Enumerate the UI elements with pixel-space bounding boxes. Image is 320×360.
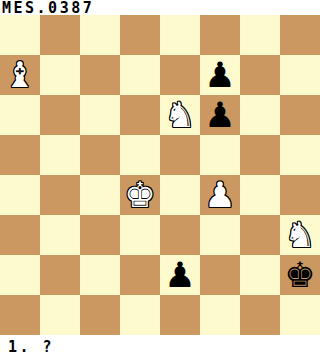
square-a8[interactable]: [0, 15, 40, 55]
square-c4[interactable]: [80, 175, 120, 215]
square-b2[interactable]: [40, 255, 80, 295]
square-g3[interactable]: [240, 215, 280, 255]
white-pawn[interactable]: ♟: [204, 175, 235, 215]
square-c8[interactable]: [80, 15, 120, 55]
square-c1[interactable]: [80, 295, 120, 335]
square-f5[interactable]: [200, 135, 240, 175]
square-b1[interactable]: [40, 295, 80, 335]
square-e5[interactable]: [160, 135, 200, 175]
square-e4[interactable]: [160, 175, 200, 215]
square-f2[interactable]: [200, 255, 240, 295]
square-a6[interactable]: [0, 95, 40, 135]
square-d2[interactable]: [120, 255, 160, 295]
square-a2[interactable]: [0, 255, 40, 295]
square-d6[interactable]: [120, 95, 160, 135]
chess-board[interactable]: ♝♟♞♟♚♟♞♟♚: [0, 15, 320, 335]
square-h3[interactable]: ♞: [280, 215, 320, 255]
square-f4[interactable]: ♟: [200, 175, 240, 215]
square-h7[interactable]: [280, 55, 320, 95]
square-h4[interactable]: [280, 175, 320, 215]
square-g5[interactable]: [240, 135, 280, 175]
square-g2[interactable]: [240, 255, 280, 295]
square-h5[interactable]: [280, 135, 320, 175]
square-e7[interactable]: [160, 55, 200, 95]
chess-app-window: MES.0387 ♝♟♞♟♚♟♞♟♚ 1. ?: [0, 0, 320, 360]
square-a3[interactable]: [0, 215, 40, 255]
square-g6[interactable]: [240, 95, 280, 135]
square-c6[interactable]: [80, 95, 120, 135]
white-knight[interactable]: ♞: [164, 95, 195, 135]
square-d7[interactable]: [120, 55, 160, 95]
square-b4[interactable]: [40, 175, 80, 215]
black-pawn[interactable]: ♟: [204, 95, 235, 135]
square-c5[interactable]: [80, 135, 120, 175]
square-g7[interactable]: [240, 55, 280, 95]
move-prompt: 1. ?: [8, 338, 54, 356]
square-h8[interactable]: [280, 15, 320, 55]
square-a7[interactable]: ♝: [0, 55, 40, 95]
square-a5[interactable]: [0, 135, 40, 175]
white-knight[interactable]: ♞: [284, 215, 315, 255]
square-d3[interactable]: [120, 215, 160, 255]
black-king[interactable]: ♚: [284, 255, 315, 295]
square-b8[interactable]: [40, 15, 80, 55]
square-h2[interactable]: ♚: [280, 255, 320, 295]
square-g8[interactable]: [240, 15, 280, 55]
square-g1[interactable]: [240, 295, 280, 335]
square-e8[interactable]: [160, 15, 200, 55]
square-c7[interactable]: [80, 55, 120, 95]
square-d8[interactable]: [120, 15, 160, 55]
black-pawn[interactable]: ♟: [204, 55, 235, 95]
square-d5[interactable]: [120, 135, 160, 175]
square-b6[interactable]: [40, 95, 80, 135]
square-c2[interactable]: [80, 255, 120, 295]
square-f1[interactable]: [200, 295, 240, 335]
square-e6[interactable]: ♞: [160, 95, 200, 135]
square-a4[interactable]: [0, 175, 40, 215]
square-d1[interactable]: [120, 295, 160, 335]
square-f6[interactable]: ♟: [200, 95, 240, 135]
square-e2[interactable]: ♟: [160, 255, 200, 295]
white-bishop[interactable]: ♝: [4, 55, 35, 95]
square-e3[interactable]: [160, 215, 200, 255]
square-a1[interactable]: [0, 295, 40, 335]
square-h6[interactable]: [280, 95, 320, 135]
square-b5[interactable]: [40, 135, 80, 175]
square-c3[interactable]: [80, 215, 120, 255]
square-g4[interactable]: [240, 175, 280, 215]
square-d4[interactable]: ♚: [120, 175, 160, 215]
square-f3[interactable]: [200, 215, 240, 255]
square-e1[interactable]: [160, 295, 200, 335]
white-king[interactable]: ♚: [124, 175, 155, 215]
square-b7[interactable]: [40, 55, 80, 95]
square-h1[interactable]: [280, 295, 320, 335]
square-b3[interactable]: [40, 215, 80, 255]
square-f8[interactable]: [200, 15, 240, 55]
square-f7[interactable]: ♟: [200, 55, 240, 95]
black-pawn[interactable]: ♟: [164, 255, 195, 295]
